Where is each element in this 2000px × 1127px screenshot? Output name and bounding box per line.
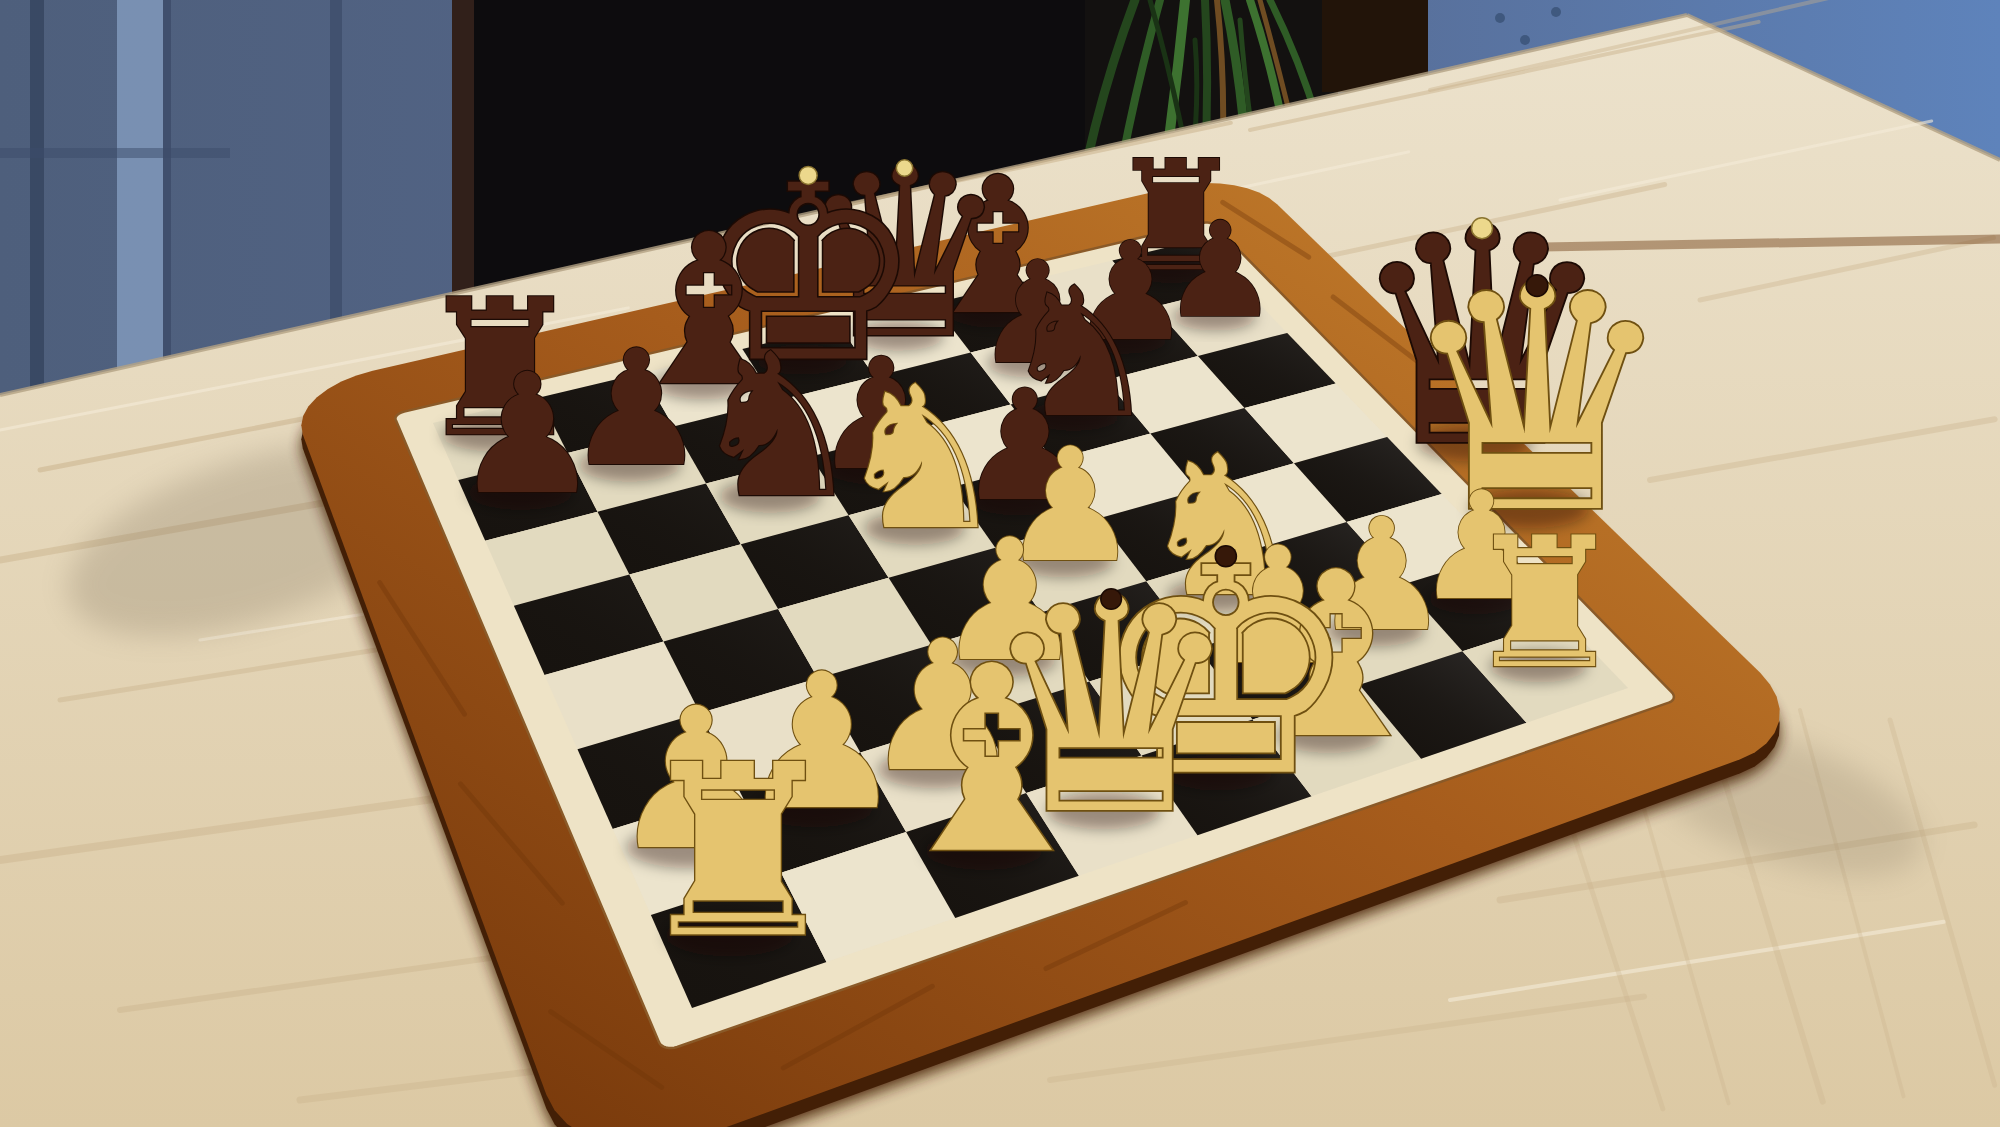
piece-black-pawn-a7: ♟ [453,338,602,531]
rook-glyph: ♜ [632,714,844,990]
rook-glyph: ♜ [1464,499,1625,708]
door-pilaster [117,0,163,400]
finial-dark [1101,589,1122,610]
pawn-glyph: ♟ [453,338,602,531]
scene-svg: ♜♝♟♛♟♚♟♝♞♜♛♟♟♟♞♟♛♞♟♞♟♟♟♟♜♝♟♚♟♛♟♝♜ [0,0,2000,1127]
finial-dark [1526,275,1548,297]
piece-white-bishop-c1: ♝ [877,611,1107,911]
door-groove [30,0,44,420]
finial-light [799,166,817,184]
piece-white-rook-a1: ♜ [632,714,844,990]
bishop-glyph: ♝ [877,611,1107,911]
chessboard-photo: ♜♝♟♛♟♚♟♝♞♜♛♟♟♟♞♟♛♞♟♞♟♟♟♟♜♝♟♚♟♛♟♝♜ [0,0,2000,1127]
piece-white-rook-h1: ♜ [1464,499,1625,708]
